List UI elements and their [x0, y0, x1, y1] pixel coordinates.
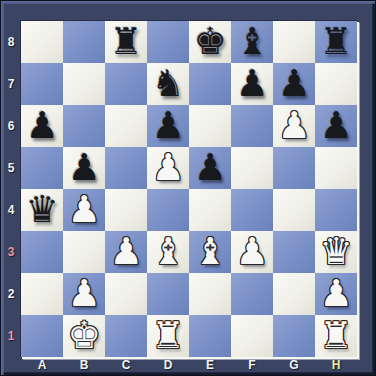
square-b2[interactable]: ♟ — [63, 273, 105, 315]
file-label-f: F — [231, 356, 273, 375]
file-label-e: E — [189, 356, 231, 375]
piece-black-pawn[interactable]: ♟ — [151, 107, 184, 144]
rank-label-4: 4 — [2, 189, 20, 231]
piece-black-pawn[interactable]: ♟ — [277, 65, 310, 102]
square-g1[interactable] — [273, 315, 315, 357]
rank-label-6: 6 — [2, 105, 20, 147]
square-d8[interactable] — [147, 21, 189, 63]
square-g8[interactable] — [273, 21, 315, 63]
square-a8[interactable] — [21, 21, 63, 63]
square-c8[interactable]: ♜ — [105, 21, 147, 63]
square-f4[interactable] — [231, 189, 273, 231]
piece-white-pawn[interactable]: ♟ — [67, 191, 100, 228]
square-h6[interactable]: ♟ — [315, 105, 357, 147]
square-a3[interactable] — [21, 231, 63, 273]
piece-black-pawn[interactable]: ♟ — [319, 107, 352, 144]
square-f2[interactable] — [231, 273, 273, 315]
square-c7[interactable] — [105, 63, 147, 105]
square-f6[interactable] — [231, 105, 273, 147]
square-e8[interactable]: ♚ — [189, 21, 231, 63]
square-d5[interactable]: ♟ — [147, 147, 189, 189]
square-c6[interactable] — [105, 105, 147, 147]
square-g7[interactable]: ♟ — [273, 63, 315, 105]
square-e1[interactable] — [189, 315, 231, 357]
square-a4[interactable]: ♛ — [21, 189, 63, 231]
square-f8[interactable]: ♝ — [231, 21, 273, 63]
square-b7[interactable] — [63, 63, 105, 105]
piece-white-pawn[interactable]: ♟ — [319, 275, 352, 312]
square-d7[interactable]: ♞ — [147, 63, 189, 105]
piece-white-bishop[interactable]: ♝ — [193, 233, 226, 270]
piece-white-queen[interactable]: ♛ — [319, 233, 352, 270]
square-b4[interactable]: ♟ — [63, 189, 105, 231]
piece-white-pawn[interactable]: ♟ — [109, 233, 142, 270]
square-g4[interactable] — [273, 189, 315, 231]
square-h8[interactable]: ♜ — [315, 21, 357, 63]
piece-black-bishop[interactable]: ♝ — [235, 23, 268, 60]
square-e6[interactable] — [189, 105, 231, 147]
file-label-a: A — [21, 356, 63, 375]
piece-black-queen[interactable]: ♛ — [25, 191, 58, 228]
square-e4[interactable] — [189, 189, 231, 231]
file-label-g: G — [273, 356, 315, 375]
square-f5[interactable] — [231, 147, 273, 189]
piece-black-pawn[interactable]: ♟ — [67, 149, 100, 186]
piece-white-pawn[interactable]: ♟ — [235, 233, 268, 270]
square-d4[interactable] — [147, 189, 189, 231]
square-h5[interactable] — [315, 147, 357, 189]
file-label-d: D — [147, 356, 189, 375]
square-d1[interactable]: ♜ — [147, 315, 189, 357]
square-e7[interactable] — [189, 63, 231, 105]
rank-label-8: 8 — [2, 21, 20, 63]
square-g2[interactable] — [273, 273, 315, 315]
piece-black-knight[interactable]: ♞ — [151, 65, 184, 102]
square-c1[interactable] — [105, 315, 147, 357]
piece-white-king[interactable]: ♚ — [67, 317, 100, 354]
square-f3[interactable]: ♟ — [231, 231, 273, 273]
rank-label-7: 7 — [2, 63, 20, 105]
piece-white-pawn[interactable]: ♟ — [277, 107, 310, 144]
square-a1[interactable] — [21, 315, 63, 357]
piece-white-pawn[interactable]: ♟ — [67, 275, 100, 312]
square-c5[interactable] — [105, 147, 147, 189]
square-c2[interactable] — [105, 273, 147, 315]
square-d3[interactable]: ♝ — [147, 231, 189, 273]
chess-board: ♜♚♝♜♞♟♟♟♟♟♟♟♟♟♛♟♟♝♝♟♛♟♟♚♜♜ — [20, 20, 357, 357]
square-d2[interactable] — [147, 273, 189, 315]
square-c3[interactable]: ♟ — [105, 231, 147, 273]
square-h3[interactable]: ♛ — [315, 231, 357, 273]
square-e3[interactable]: ♝ — [189, 231, 231, 273]
piece-white-rook[interactable]: ♜ — [151, 317, 184, 354]
file-label-c: C — [105, 356, 147, 375]
square-g5[interactable] — [273, 147, 315, 189]
piece-black-pawn[interactable]: ♟ — [193, 149, 226, 186]
square-b6[interactable] — [63, 105, 105, 147]
square-e2[interactable] — [189, 273, 231, 315]
square-g3[interactable] — [273, 231, 315, 273]
piece-black-rook[interactable]: ♜ — [109, 23, 142, 60]
square-b8[interactable] — [63, 21, 105, 63]
piece-black-pawn[interactable]: ♟ — [235, 65, 268, 102]
file-label-b: B — [63, 356, 105, 375]
square-a7[interactable] — [21, 63, 63, 105]
rank-label-5: 5 — [2, 147, 20, 189]
piece-black-rook[interactable]: ♜ — [319, 23, 352, 60]
square-c4[interactable] — [105, 189, 147, 231]
square-e5[interactable]: ♟ — [189, 147, 231, 189]
chess-board-window: ♜♚♝♜♞♟♟♟♟♟♟♟♟♟♛♟♟♝♝♟♛♟♟♚♜♜ 87654321 ABCD… — [0, 0, 376, 376]
square-a6[interactable]: ♟ — [21, 105, 63, 147]
piece-black-pawn[interactable]: ♟ — [25, 107, 58, 144]
square-f1[interactable] — [231, 315, 273, 357]
square-a5[interactable] — [21, 147, 63, 189]
file-label-h: H — [315, 356, 357, 375]
square-a2[interactable] — [21, 273, 63, 315]
rank-label-1: 1 — [2, 315, 20, 357]
square-h4[interactable] — [315, 189, 357, 231]
rank-label-2: 2 — [2, 273, 20, 315]
square-d6[interactable]: ♟ — [147, 105, 189, 147]
square-h1[interactable]: ♜ — [315, 315, 357, 357]
rank-label-3: 3 — [2, 231, 20, 273]
square-h2[interactable]: ♟ — [315, 273, 357, 315]
square-b5[interactable]: ♟ — [63, 147, 105, 189]
piece-black-king[interactable]: ♚ — [193, 23, 226, 60]
square-b1[interactable]: ♚ — [63, 315, 105, 357]
piece-white-rook[interactable]: ♜ — [319, 317, 352, 354]
square-f7[interactable]: ♟ — [231, 63, 273, 105]
square-b3[interactable] — [63, 231, 105, 273]
piece-white-pawn[interactable]: ♟ — [151, 149, 184, 186]
square-h7[interactable] — [315, 63, 357, 105]
square-g6[interactable]: ♟ — [273, 105, 315, 147]
piece-white-bishop[interactable]: ♝ — [151, 233, 184, 270]
